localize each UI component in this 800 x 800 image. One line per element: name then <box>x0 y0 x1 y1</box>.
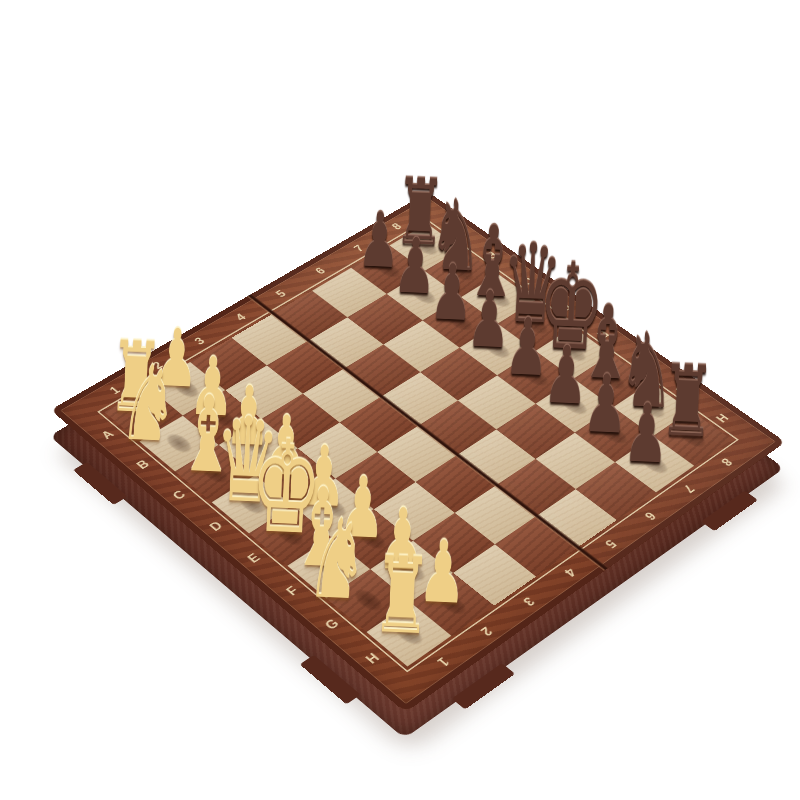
piece-dark-pawn[interactable]: ♟ <box>466 281 503 360</box>
piece-white-king[interactable]: ♚ <box>248 422 290 551</box>
piece-white-knight[interactable]: ♞ <box>329 504 371 615</box>
piece-dark-pawn[interactable]: ♟ <box>542 335 580 416</box>
piece-dark-pawn[interactable]: ♟ <box>392 228 428 305</box>
photo-scene: ♜♞♝♛♚♝♞♜♟♟♟♟♟♟♟♟♟♟♟♟♟♟♟♟♜♞♝♛♚♝♞♜ AABBCCD… <box>0 0 800 800</box>
piece-white-knight[interactable]: ♞ <box>141 351 180 456</box>
piece-white-queen[interactable]: ♛ <box>212 401 253 520</box>
piece-dark-pawn[interactable]: ♟ <box>357 202 393 279</box>
piece-dark-pawn[interactable]: ♟ <box>504 308 541 388</box>
piece-dark-pawn[interactable]: ♟ <box>582 364 620 446</box>
piece-dark-pawn[interactable]: ♟ <box>622 393 660 475</box>
piece-white-rook[interactable]: ♜ <box>370 541 412 648</box>
piece-white-bishop[interactable]: ♝ <box>177 380 217 487</box>
chess-board: ♜♞♝♛♚♝♞♜♟♟♟♟♟♟♟♟♟♟♟♟♟♟♟♟♜♞♝♛♚♝♞♜ AABBCCD… <box>51 192 786 712</box>
piece-dark-pawn[interactable]: ♟ <box>429 254 465 332</box>
